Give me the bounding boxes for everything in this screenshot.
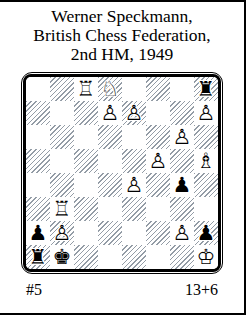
white-rook: ♖ [77,77,96,101]
caption-row: #5 13+6 [20,281,224,299]
stipulation-label: #5 [26,281,42,299]
black-rook: ♜ [197,77,216,101]
square-f7 [146,101,170,125]
title-award: 2nd HM, 1949 [0,45,244,64]
square-c7 [74,101,98,125]
square-b2: ♙ [50,221,74,245]
material-count-label: 13+6 [185,281,218,299]
square-d1 [98,245,122,269]
square-b7 [50,101,74,125]
chess-board: ♖♘♜♙♙♙♙♙♗♙♟♖♟♙♙♟♜♚♔ [26,77,218,269]
chess-board-frame: ♖♘♜♙♙♙♙♙♗♙♟♖♟♙♙♟♜♚♔ [21,72,223,274]
square-f3 [146,197,170,221]
square-d5 [98,149,122,173]
square-h4 [194,173,218,197]
square-h2: ♟ [194,221,218,245]
square-d8: ♘ [98,77,122,101]
page: Werner Speckmann, British Chess Federati… [0,0,246,315]
square-c4 [74,173,98,197]
square-a2: ♟ [26,221,50,245]
square-a3 [26,197,50,221]
square-e4: ♙ [122,173,146,197]
title-author: Werner Speckmann, [0,7,244,26]
square-d6 [98,125,122,149]
square-c6 [74,125,98,149]
square-h7: ♙ [194,101,218,125]
square-e7: ♙ [122,101,146,125]
square-h8: ♜ [194,77,218,101]
square-h3 [194,197,218,221]
square-e2 [122,221,146,245]
square-e6 [122,125,146,149]
white-pawn: ♙ [53,221,72,245]
white-pawn: ♙ [149,149,168,173]
square-c5 [74,149,98,173]
square-e8 [122,77,146,101]
chess-board-inner-frame: ♖♘♜♙♙♙♙♙♗♙♟♖♟♙♙♟♜♚♔ [23,74,221,272]
title-source: British Chess Federation, [0,26,244,45]
white-pawn: ♙ [173,125,192,149]
white-pawn: ♙ [125,173,144,197]
square-h1: ♔ [194,245,218,269]
square-e1 [122,245,146,269]
square-g7 [170,101,194,125]
square-g2: ♙ [170,221,194,245]
square-e5 [122,149,146,173]
white-pawn: ♙ [197,101,216,125]
square-a4 [26,173,50,197]
square-g1 [170,245,194,269]
white-knight: ♘ [101,77,120,101]
square-g4: ♟ [170,173,194,197]
problem-title: Werner Speckmann, British Chess Federati… [0,7,244,64]
square-b6 [50,125,74,149]
square-e3 [122,197,146,221]
square-f4 [146,173,170,197]
square-f5: ♙ [146,149,170,173]
black-rook: ♜ [29,245,48,269]
square-c1 [74,245,98,269]
black-pawn: ♟ [197,221,216,245]
square-c2 [74,221,98,245]
square-d3 [98,197,122,221]
square-c8: ♖ [74,77,98,101]
square-d4 [98,173,122,197]
black-pawn: ♟ [29,221,48,245]
square-h5: ♗ [194,149,218,173]
square-g3 [170,197,194,221]
square-b5 [50,149,74,173]
square-a7 [26,101,50,125]
square-a5 [26,149,50,173]
square-a1: ♜ [26,245,50,269]
white-pawn: ♙ [125,101,144,125]
square-f1 [146,245,170,269]
square-b3: ♖ [50,197,74,221]
square-h6 [194,125,218,149]
square-f2 [146,221,170,245]
square-a8 [26,77,50,101]
black-pawn: ♟ [173,173,192,197]
white-bishop: ♗ [197,149,216,173]
square-b4 [50,173,74,197]
square-b1: ♚ [50,245,74,269]
square-g6: ♙ [170,125,194,149]
square-d7: ♙ [98,101,122,125]
square-g5 [170,149,194,173]
square-g8 [170,77,194,101]
square-f8 [146,77,170,101]
black-king: ♚ [53,245,72,269]
square-c3 [74,197,98,221]
white-pawn: ♙ [173,221,192,245]
white-king: ♔ [197,245,216,269]
square-a6 [26,125,50,149]
square-f6 [146,125,170,149]
square-d2 [98,221,122,245]
white-pawn: ♙ [101,101,120,125]
square-b8 [50,77,74,101]
white-rook: ♖ [53,197,72,221]
